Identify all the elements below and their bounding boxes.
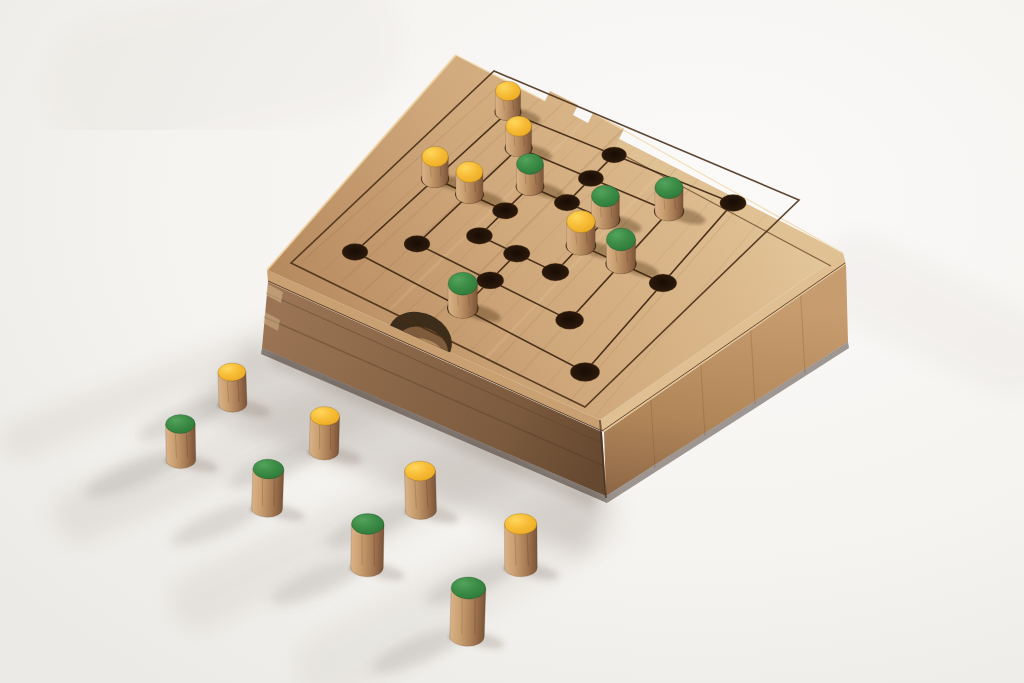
point-f2[interactable] — [556, 311, 584, 329]
point-a1[interactable] — [342, 244, 368, 261]
point-c3[interactable] — [466, 227, 492, 244]
loose-peg-yellow-1[interactable] — [218, 363, 248, 413]
point-e3[interactable] — [542, 263, 569, 281]
point-d2[interactable] — [477, 272, 504, 289]
loose-peg-yellow-5[interactable] — [404, 461, 437, 520]
loose-peg-green-4[interactable] — [251, 459, 284, 518]
point-d7[interactable] — [602, 147, 627, 163]
peg-yellow-b6[interactable] — [506, 116, 532, 157]
peg-yellow-a4[interactable] — [422, 146, 448, 188]
loose-peg-green-3[interactable] — [165, 414, 196, 469]
loose-peg-yellow-2[interactable] — [309, 406, 340, 460]
scene-svg — [0, 0, 1024, 683]
loose-peg-green-8[interactable] — [449, 576, 486, 646]
peg-green-e5[interactable] — [591, 185, 619, 229]
point-g7[interactable] — [720, 195, 746, 212]
loose-peg-green-6[interactable] — [351, 513, 385, 577]
point-d6[interactable] — [578, 170, 603, 186]
peg-green-d1[interactable] — [448, 272, 477, 318]
peg-green-c5[interactable] — [517, 153, 544, 195]
peg-green-f6[interactable] — [655, 177, 683, 221]
point-g1[interactable] — [570, 363, 599, 382]
photo-nine-mens-morris-scene — [0, 0, 1024, 683]
peg-yellow-a7[interactable] — [495, 81, 520, 121]
peg-yellow-b4[interactable] — [456, 162, 483, 204]
loose-peg-yellow-7[interactable] — [504, 513, 537, 577]
point-d3[interactable] — [503, 245, 530, 262]
peg-green-f4[interactable] — [606, 228, 635, 274]
point-b2[interactable] — [404, 236, 430, 253]
peg-yellow-e4[interactable] — [567, 211, 596, 256]
